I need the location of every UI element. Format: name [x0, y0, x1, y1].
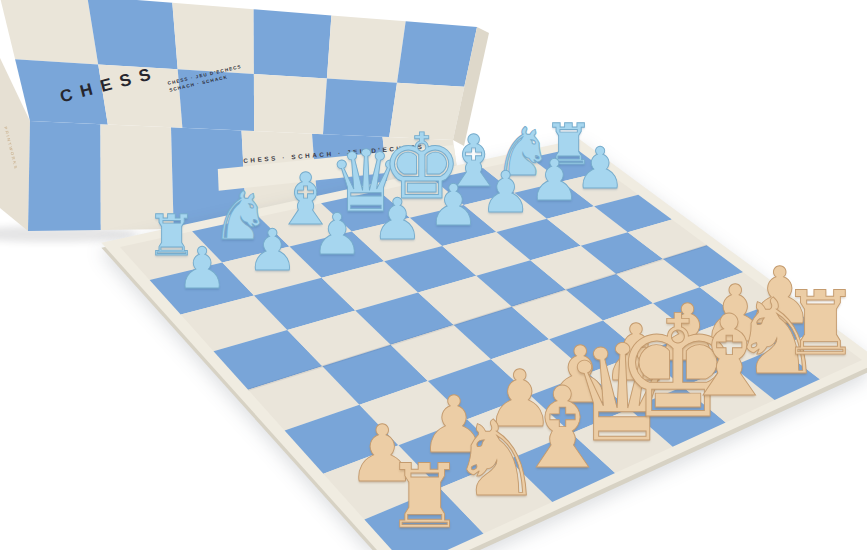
piece-blue-p-b7: ♟	[247, 222, 298, 279]
piece-blue-p-a7: ♟	[177, 240, 228, 297]
piece-blue-p-c7: ♟	[312, 206, 363, 263]
piece-blue-p-f7: ♟	[480, 164, 531, 221]
pieces-layer: ♜♞♝♛♚♝♞♜♟♟♟♟♟♟♟♟♟♟♟♟♟♟♟♟♜♞♝♛♚♝♞♜	[0, 0, 867, 550]
chess-set-product-photo: CHESS CHESS · JEU D'ECHECS SCHACH · SCHA…	[0, 0, 867, 550]
piece-blue-p-h7: ♟	[575, 140, 626, 197]
piece-blue-p-d7: ♟	[372, 191, 423, 248]
piece-wood-r-h1: ♜	[781, 280, 860, 368]
piece-blue-p-g7: ♟	[529, 152, 580, 209]
piece-blue-p-e7: ♟	[428, 177, 479, 234]
